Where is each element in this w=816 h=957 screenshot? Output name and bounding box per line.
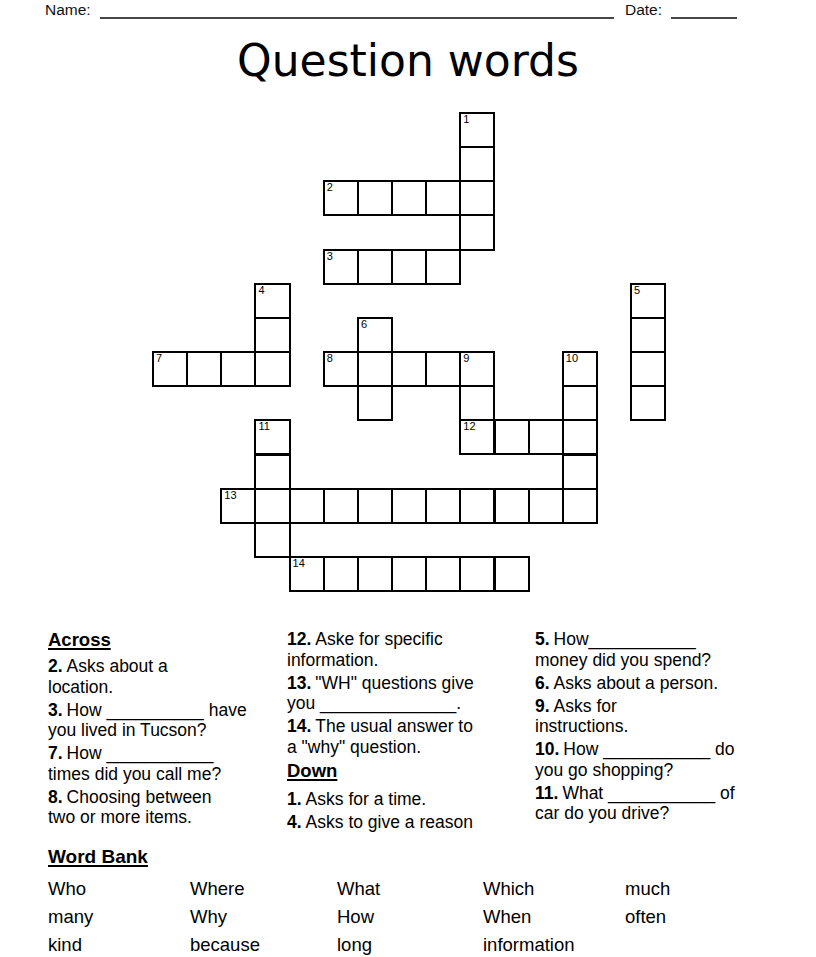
across-header: Across	[48, 629, 287, 651]
clue-number: 3.	[48, 700, 63, 720]
cell-number-11: 11	[258, 420, 269, 433]
date-label: Date:	[625, 1, 662, 19]
down-header: Down	[287, 760, 535, 782]
cell-number-2: 2	[327, 181, 333, 194]
grid-cell-r11c7[interactable]	[391, 488, 427, 524]
clue-number: 12.	[287, 629, 311, 649]
word-bank: Word Bank WhoWhereWhatWhichmuchmanyWhyHo…	[48, 845, 778, 957]
grid-cell-r13c4[interactable]: 14	[289, 556, 325, 592]
cell-number-10: 10	[566, 352, 578, 365]
word-bank-word-how: How	[337, 903, 483, 931]
crossword-grid: 1234567891011121314	[152, 112, 668, 594]
grid-cell-r4c5[interactable]: 3	[323, 249, 359, 285]
grid-cell-r2c5[interactable]: 2	[323, 180, 359, 216]
word-bank-word-kind: kind	[48, 931, 190, 957]
name-fill-line[interactable]	[100, 0, 614, 19]
clue-number: 4.	[287, 812, 302, 832]
grid-cell-r4c6[interactable]	[357, 249, 393, 285]
clue-across-13: 13."WH" questions give you _____________…	[287, 673, 535, 714]
cell-number-12: 12	[463, 420, 475, 433]
clue-text: How ___________ do you go shopping?	[535, 739, 735, 780]
grid-cell-r2c6[interactable]	[357, 180, 393, 216]
grid-cell-r7c5[interactable]: 8	[323, 351, 359, 387]
clue-across-14: 14.The usual answer to a "why" question.	[287, 716, 535, 757]
cell-number-5: 5	[634, 284, 640, 297]
page-title: Question words	[0, 33, 816, 89]
word-bank-word-when: When	[483, 903, 625, 931]
grid-cell-r7c0[interactable]: 7	[152, 351, 188, 387]
clue-number: 9.	[535, 696, 550, 716]
grid-cell-r13c7[interactable]	[391, 556, 427, 592]
clue-across-8: 8.Choosing between two or more items.	[48, 787, 287, 828]
grid-cell-r4c8[interactable]	[425, 249, 461, 285]
word-bank-word-who: Who	[48, 875, 190, 903]
clue-number: 8.	[48, 787, 63, 807]
clue-number: 2.	[48, 656, 63, 676]
grid-cell-r6c3[interactable]	[254, 317, 290, 353]
clue-text: Asks for a time.	[306, 789, 427, 809]
clue-text: Asks to give a reason	[306, 812, 473, 832]
grid-cell-r8c14[interactable]	[630, 385, 666, 421]
clue-text: Choosing between two or more items.	[48, 787, 212, 828]
clue-number: 11.	[535, 783, 558, 803]
grid-cell-r8c6[interactable]	[357, 385, 393, 421]
clue-text: How___________ money did you spend?	[535, 629, 711, 670]
cell-number-14: 14	[293, 557, 305, 570]
grid-cell-r13c9[interactable]	[459, 556, 495, 592]
clue-down-10: 10.How ___________ do you go shopping?	[535, 739, 775, 780]
clues-section: Across2.Asks about a location.3.How ____…	[48, 629, 778, 835]
clue-across-3: 3.How __________ have you lived in Tucso…	[48, 700, 287, 741]
clue-down-6: 6.Asks about a person.	[535, 673, 775, 694]
word-bank-word-what: What	[337, 875, 483, 903]
cell-number-6: 6	[361, 318, 367, 331]
grid-cell-r1c9[interactable]	[459, 146, 495, 182]
clue-down-5: 5.How___________ money did you spend?	[535, 629, 775, 670]
grid-cell-r7c1[interactable]	[186, 351, 222, 387]
clue-number: 5.	[535, 629, 550, 649]
grid-cell-r11c4[interactable]	[289, 488, 325, 524]
word-bank-word-information: information	[483, 931, 625, 957]
clues-column-3: 5.How___________ money did you spend?6.A…	[535, 629, 775, 835]
grid-cell-r9c12[interactable]	[562, 419, 598, 455]
cell-number-8: 8	[327, 352, 333, 365]
clue-down-9: 9.Asks for instructions.	[535, 696, 775, 737]
clue-down-4: 4.Asks to give a reason	[287, 812, 535, 833]
grid-cell-r13c6[interactable]	[357, 556, 393, 592]
worksheet-page: Name: Date: Question words 1234567891011…	[0, 0, 816, 957]
grid-cell-r11c6[interactable]	[357, 488, 393, 524]
grid-cell-r7c8[interactable]	[425, 351, 461, 387]
clue-number: 7.	[48, 743, 63, 763]
word-bank-word-which: Which	[483, 875, 625, 903]
grid-cell-r7c2[interactable]	[220, 351, 256, 387]
clue-text: The usual answer to a "why" question.	[287, 716, 473, 757]
clue-across-12: 12.Aske for specific information.	[287, 629, 535, 670]
word-bank-word-where: Where	[190, 875, 337, 903]
grid-cell-r2c9[interactable]	[459, 180, 495, 216]
grid-cell-r7c12[interactable]: 10	[562, 351, 598, 387]
clue-number: 13.	[287, 673, 311, 693]
grid-cell-r7c9[interactable]: 9	[459, 351, 495, 387]
grid-cell-r11c9[interactable]	[459, 488, 495, 524]
grid-cell-r5c14[interactable]: 5	[630, 283, 666, 319]
clue-across-2: 2.Asks about a location.	[48, 656, 287, 697]
grid-cell-r9c10[interactable]	[494, 419, 530, 455]
grid-cell-r8c9[interactable]	[459, 385, 495, 421]
grid-cell-r10c12[interactable]	[562, 454, 598, 490]
cell-number-9: 9	[463, 352, 469, 365]
word-bank-header: Word Bank	[48, 845, 778, 868]
word-bank-word-often: often	[625, 903, 778, 931]
word-bank-word-why: Why	[190, 903, 337, 931]
word-bank-word-many: many	[48, 903, 190, 931]
cell-number-7: 7	[156, 352, 162, 365]
grid-cell-r7c3[interactable]	[254, 351, 290, 387]
clue-across-7: 7.How ___________ times did you call me?	[48, 743, 287, 784]
grid-cell-r6c6[interactable]: 6	[357, 317, 393, 353]
grid-cell-r11c8[interactable]	[425, 488, 461, 524]
word-bank-grid: WhoWhereWhatWhichmuchmanyWhyHowWhenoften…	[48, 875, 778, 957]
date-fill-line[interactable]	[671, 0, 737, 19]
clue-number: 14.	[287, 716, 311, 736]
grid-cell-r7c7[interactable]	[391, 351, 427, 387]
clue-down-1: 1.Asks for a time.	[287, 789, 535, 810]
grid-cell-r11c5[interactable]	[323, 488, 359, 524]
clue-number: 6.	[535, 673, 550, 693]
grid-cell-r7c14[interactable]	[630, 351, 666, 387]
cell-number-13: 13	[224, 489, 236, 502]
grid-cell-r8c12[interactable]	[562, 385, 598, 421]
word-bank-word-long: long	[337, 931, 483, 957]
grid-cell-r9c9[interactable]: 12	[459, 419, 495, 455]
grid-cell-r12c3[interactable]	[254, 522, 290, 558]
clue-text: How ___________ times did you call me?	[48, 743, 221, 784]
clue-text: Asks about a person.	[554, 673, 718, 693]
clues-column-2: 12.Aske for specific information.13."WH"…	[287, 629, 535, 835]
clue-text: What ___________ of car do you drive?	[535, 783, 735, 824]
cell-number-1: 1	[463, 113, 469, 126]
cell-number-4: 4	[258, 284, 264, 297]
grid-cell-r2c7[interactable]	[391, 180, 427, 216]
grid-cell-r11c10[interactable]	[494, 488, 530, 524]
grid-cell-r9c11[interactable]	[528, 419, 564, 455]
word-bank-word-much: much	[625, 875, 778, 903]
clue-number: 10.	[535, 739, 559, 759]
word-bank-word-because: because	[190, 931, 337, 957]
grid-cell-r10c3[interactable]	[254, 454, 290, 490]
grid-cell-r13c8[interactable]	[425, 556, 461, 592]
grid-cell-r6c14[interactable]	[630, 317, 666, 353]
clues-column-1: Across2.Asks about a location.3.How ____…	[48, 629, 287, 835]
cell-number-3: 3	[327, 250, 333, 263]
grid-cell-r7c6[interactable]	[357, 351, 393, 387]
grid-cell-r9c3[interactable]: 11	[254, 419, 290, 455]
clue-text: Asks about a location.	[48, 656, 168, 697]
grid-cell-r0c9[interactable]: 1	[459, 112, 495, 148]
grid-cell-r13c5[interactable]	[323, 556, 359, 592]
clue-number: 1.	[287, 789, 302, 809]
grid-cell-r11c2[interactable]: 13	[220, 488, 256, 524]
grid-cell-r5c3[interactable]: 4	[254, 283, 290, 319]
grid-cell-r11c3[interactable]	[254, 488, 290, 524]
grid-cell-r13c10[interactable]	[494, 556, 530, 592]
name-label: Name:	[45, 1, 91, 19]
grid-cell-r11c11[interactable]	[528, 488, 564, 524]
grid-cell-r11c12[interactable]	[562, 488, 598, 524]
grid-cell-r2c8[interactable]	[425, 180, 461, 216]
clue-text: "WH" questions give you ______________.	[287, 673, 474, 714]
word-bank-empty	[625, 931, 778, 957]
grid-cell-r4c7[interactable]	[391, 249, 427, 285]
clue-text: How __________ have you lived in Tucson?	[48, 700, 247, 741]
clue-down-11: 11.What ___________ of car do you drive?	[535, 783, 775, 824]
grid-cell-r3c9[interactable]	[459, 214, 495, 250]
